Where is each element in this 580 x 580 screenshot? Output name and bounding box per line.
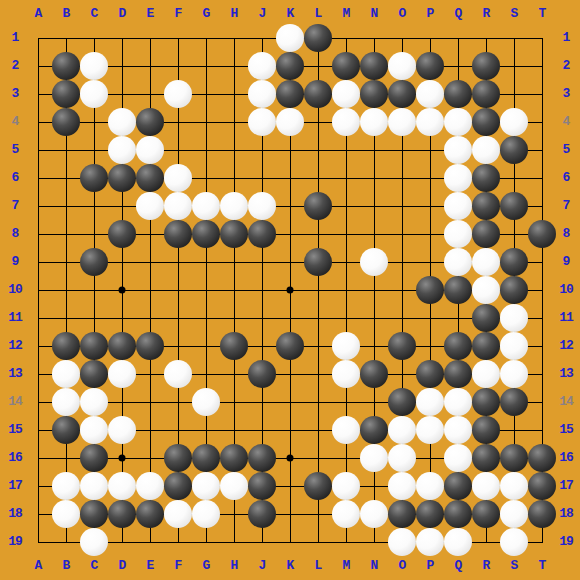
stone-white-F18[interactable] xyxy=(164,500,192,528)
stone-black-B12[interactable] xyxy=(52,332,80,360)
row-label-left-15: 15 xyxy=(2,423,28,437)
stone-white-S4[interactable] xyxy=(500,108,528,136)
stone-black-C12[interactable] xyxy=(80,332,108,360)
stone-white-C17[interactable] xyxy=(80,472,108,500)
star-point-D16 xyxy=(119,455,126,462)
stone-black-R14[interactable] xyxy=(472,388,500,416)
col-label-bottom-N: N xyxy=(361,559,387,573)
col-label-top-K: K xyxy=(277,7,303,21)
stone-black-L1[interactable] xyxy=(304,24,332,52)
row-label-left-11: 11 xyxy=(2,311,28,325)
col-label-top-C: C xyxy=(81,7,107,21)
row-label-right-2: 2 xyxy=(553,59,579,73)
stone-white-G18[interactable] xyxy=(192,500,220,528)
stone-black-R16[interactable] xyxy=(472,444,500,472)
stone-black-K12[interactable] xyxy=(276,332,304,360)
stone-black-R3[interactable] xyxy=(472,80,500,108)
stone-black-Q12[interactable] xyxy=(444,332,472,360)
stone-white-P15[interactable] xyxy=(416,416,444,444)
col-label-bottom-B: B xyxy=(53,559,79,573)
stone-white-R17[interactable] xyxy=(472,472,500,500)
go-board: AABBCCDDEEFFGGHHJJKKLLMMNNOOPPQQRRSSTT11… xyxy=(0,0,580,580)
row-label-left-13: 13 xyxy=(2,367,28,381)
col-label-top-L: L xyxy=(305,7,331,21)
stone-white-Q14[interactable] xyxy=(444,388,472,416)
stone-white-S13[interactable] xyxy=(500,360,528,388)
row-label-left-19: 19 xyxy=(2,535,28,549)
stone-white-S11[interactable] xyxy=(500,304,528,332)
stone-black-E4[interactable] xyxy=(136,108,164,136)
stone-black-D6[interactable] xyxy=(108,164,136,192)
row-label-left-9: 9 xyxy=(2,255,28,269)
stone-white-D4[interactable] xyxy=(108,108,136,136)
stone-white-N4[interactable] xyxy=(360,108,388,136)
stone-white-S18[interactable] xyxy=(500,500,528,528)
row-label-right-14: 14 xyxy=(553,395,579,409)
col-label-bottom-S: S xyxy=(501,559,527,573)
stone-black-F8[interactable] xyxy=(164,220,192,248)
star-point-D10 xyxy=(119,287,126,294)
col-label-bottom-M: M xyxy=(333,559,359,573)
stone-black-T8[interactable] xyxy=(528,220,556,248)
col-label-top-B: B xyxy=(53,7,79,21)
row-label-left-14: 14 xyxy=(2,395,28,409)
row-label-left-1: 1 xyxy=(2,31,28,45)
row-label-right-5: 5 xyxy=(553,143,579,157)
stone-black-L3[interactable] xyxy=(304,80,332,108)
stone-black-S14[interactable] xyxy=(500,388,528,416)
stone-white-R5[interactable] xyxy=(472,136,500,164)
stone-white-B17[interactable] xyxy=(52,472,80,500)
stone-black-R18[interactable] xyxy=(472,500,500,528)
stone-white-M3[interactable] xyxy=(332,80,360,108)
stone-black-E18[interactable] xyxy=(136,500,164,528)
col-label-bottom-J: J xyxy=(249,559,275,573)
stone-white-E5[interactable] xyxy=(136,136,164,164)
stone-black-C13[interactable] xyxy=(80,360,108,388)
stone-black-D12[interactable] xyxy=(108,332,136,360)
stone-white-F3[interactable] xyxy=(164,80,192,108)
row-label-left-10: 10 xyxy=(2,283,28,297)
stone-black-G8[interactable] xyxy=(192,220,220,248)
row-label-left-3: 3 xyxy=(2,87,28,101)
stone-white-Q7[interactable] xyxy=(444,192,472,220)
stone-black-Q3[interactable] xyxy=(444,80,472,108)
col-label-bottom-T: T xyxy=(529,559,555,573)
stone-black-E6[interactable] xyxy=(136,164,164,192)
stone-white-O17[interactable] xyxy=(388,472,416,500)
stone-white-M12[interactable] xyxy=(332,332,360,360)
stone-white-P4[interactable] xyxy=(416,108,444,136)
stone-black-N2[interactable] xyxy=(360,52,388,80)
col-label-top-J: J xyxy=(249,7,275,21)
stone-white-G14[interactable] xyxy=(192,388,220,416)
stone-black-O3[interactable] xyxy=(388,80,416,108)
row-label-right-8: 8 xyxy=(553,227,579,241)
stone-white-M17[interactable] xyxy=(332,472,360,500)
col-label-top-G: G xyxy=(193,7,219,21)
col-label-top-H: H xyxy=(221,7,247,21)
col-label-top-F: F xyxy=(165,7,191,21)
stone-black-B2[interactable] xyxy=(52,52,80,80)
stone-white-S17[interactable] xyxy=(500,472,528,500)
stone-black-N15[interactable] xyxy=(360,416,388,444)
col-label-bottom-C: C xyxy=(81,559,107,573)
stone-white-P3[interactable] xyxy=(416,80,444,108)
stone-white-J2[interactable] xyxy=(248,52,276,80)
stone-white-J7[interactable] xyxy=(248,192,276,220)
stone-black-P10[interactable] xyxy=(416,276,444,304)
row-label-right-7: 7 xyxy=(553,199,579,213)
stone-black-C9[interactable] xyxy=(80,248,108,276)
stone-black-N3[interactable] xyxy=(360,80,388,108)
stone-white-S12[interactable] xyxy=(500,332,528,360)
stone-white-K4[interactable] xyxy=(276,108,304,136)
col-label-bottom-O: O xyxy=(389,559,415,573)
stone-black-S16[interactable] xyxy=(500,444,528,472)
stone-black-R7[interactable] xyxy=(472,192,500,220)
col-label-bottom-H: H xyxy=(221,559,247,573)
star-point-K10 xyxy=(287,287,294,294)
col-label-top-S: S xyxy=(501,7,527,21)
col-label-top-D: D xyxy=(109,7,135,21)
stone-white-H17[interactable] xyxy=(220,472,248,500)
col-label-top-A: A xyxy=(25,7,51,21)
stone-white-F7[interactable] xyxy=(164,192,192,220)
stone-black-R8[interactable] xyxy=(472,220,500,248)
stone-white-P17[interactable] xyxy=(416,472,444,500)
col-label-top-O: O xyxy=(389,7,415,21)
stone-white-D15[interactable] xyxy=(108,416,136,444)
stone-white-M18[interactable] xyxy=(332,500,360,528)
stone-white-D17[interactable] xyxy=(108,472,136,500)
row-label-right-16: 16 xyxy=(553,451,579,465)
col-label-bottom-K: K xyxy=(277,559,303,573)
stone-white-B14[interactable] xyxy=(52,388,80,416)
col-label-top-T: T xyxy=(529,7,555,21)
stone-white-J3[interactable] xyxy=(248,80,276,108)
stone-white-G7[interactable] xyxy=(192,192,220,220)
stone-white-N16[interactable] xyxy=(360,444,388,472)
stone-white-Q15[interactable] xyxy=(444,416,472,444)
stone-black-J13[interactable] xyxy=(248,360,276,388)
stone-black-P13[interactable] xyxy=(416,360,444,388)
stone-black-H12[interactable] xyxy=(220,332,248,360)
stone-white-Q5[interactable] xyxy=(444,136,472,164)
stone-white-N9[interactable] xyxy=(360,248,388,276)
row-label-right-19: 19 xyxy=(553,535,579,549)
stone-white-Q9[interactable] xyxy=(444,248,472,276)
stone-white-P14[interactable] xyxy=(416,388,444,416)
stone-black-D18[interactable] xyxy=(108,500,136,528)
stone-black-E12[interactable] xyxy=(136,332,164,360)
row-label-left-5: 5 xyxy=(2,143,28,157)
stone-black-P18[interactable] xyxy=(416,500,444,528)
row-label-right-10: 10 xyxy=(553,283,579,297)
stone-black-Q10[interactable] xyxy=(444,276,472,304)
stone-white-P19[interactable] xyxy=(416,528,444,556)
row-label-right-1: 1 xyxy=(553,31,579,45)
row-label-left-6: 6 xyxy=(2,171,28,185)
stone-white-J4[interactable] xyxy=(248,108,276,136)
row-label-right-9: 9 xyxy=(553,255,579,269)
stone-white-Q6[interactable] xyxy=(444,164,472,192)
row-label-left-2: 2 xyxy=(2,59,28,73)
col-label-bottom-P: P xyxy=(417,559,443,573)
stone-black-J18[interactable] xyxy=(248,500,276,528)
col-label-top-M: M xyxy=(333,7,359,21)
row-label-right-18: 18 xyxy=(553,507,579,521)
stone-white-B13[interactable] xyxy=(52,360,80,388)
stone-black-R15[interactable] xyxy=(472,416,500,444)
stone-white-C2[interactable] xyxy=(80,52,108,80)
stone-black-B4[interactable] xyxy=(52,108,80,136)
stone-white-N18[interactable] xyxy=(360,500,388,528)
stone-white-R10[interactable] xyxy=(472,276,500,304)
row-label-right-11: 11 xyxy=(553,311,579,325)
stone-white-O2[interactable] xyxy=(388,52,416,80)
stone-black-N13[interactable] xyxy=(360,360,388,388)
stone-black-F17[interactable] xyxy=(164,472,192,500)
col-label-top-E: E xyxy=(137,7,163,21)
stone-white-O4[interactable] xyxy=(388,108,416,136)
stone-white-R9[interactable] xyxy=(472,248,500,276)
col-label-top-N: N xyxy=(361,7,387,21)
row-label-right-4: 4 xyxy=(553,115,579,129)
stone-white-D13[interactable] xyxy=(108,360,136,388)
stone-black-J8[interactable] xyxy=(248,220,276,248)
stone-black-S9[interactable] xyxy=(500,248,528,276)
stone-white-B18[interactable] xyxy=(52,500,80,528)
stone-white-M13[interactable] xyxy=(332,360,360,388)
stone-white-E17[interactable] xyxy=(136,472,164,500)
col-label-top-P: P xyxy=(417,7,443,21)
stone-white-M4[interactable] xyxy=(332,108,360,136)
row-label-right-6: 6 xyxy=(553,171,579,185)
stone-black-G16[interactable] xyxy=(192,444,220,472)
col-label-bottom-F: F xyxy=(165,559,191,573)
stone-black-Q13[interactable] xyxy=(444,360,472,388)
stone-white-F6[interactable] xyxy=(164,164,192,192)
stone-black-R6[interactable] xyxy=(472,164,500,192)
stone-black-R11[interactable] xyxy=(472,304,500,332)
stone-black-R12[interactable] xyxy=(472,332,500,360)
col-label-top-R: R xyxy=(473,7,499,21)
stone-black-O12[interactable] xyxy=(388,332,416,360)
stone-white-D5[interactable] xyxy=(108,136,136,164)
stone-black-Q18[interactable] xyxy=(444,500,472,528)
star-point-K16 xyxy=(287,455,294,462)
stone-black-B15[interactable] xyxy=(52,416,80,444)
stone-white-R13[interactable] xyxy=(472,360,500,388)
stone-black-C6[interactable] xyxy=(80,164,108,192)
col-label-bottom-R: R xyxy=(473,559,499,573)
col-label-bottom-E: E xyxy=(137,559,163,573)
stone-white-M15[interactable] xyxy=(332,416,360,444)
stone-white-F13[interactable] xyxy=(164,360,192,388)
col-label-top-Q: Q xyxy=(445,7,471,21)
stone-white-K1[interactable] xyxy=(276,24,304,52)
stone-black-R2[interactable] xyxy=(472,52,500,80)
stone-white-S19[interactable] xyxy=(500,528,528,556)
stone-white-Q19[interactable] xyxy=(444,528,472,556)
stone-black-M2[interactable] xyxy=(332,52,360,80)
stone-white-H7[interactable] xyxy=(220,192,248,220)
stone-white-Q16[interactable] xyxy=(444,444,472,472)
stone-white-E7[interactable] xyxy=(136,192,164,220)
stone-black-D8[interactable] xyxy=(108,220,136,248)
row-label-left-18: 18 xyxy=(2,507,28,521)
stone-black-T16[interactable] xyxy=(528,444,556,472)
stone-black-H8[interactable] xyxy=(220,220,248,248)
stone-black-K3[interactable] xyxy=(276,80,304,108)
row-label-right-17: 17 xyxy=(553,479,579,493)
row-label-left-17: 17 xyxy=(2,479,28,493)
stone-black-P2[interactable] xyxy=(416,52,444,80)
stone-white-O19[interactable] xyxy=(388,528,416,556)
stone-black-T17[interactable] xyxy=(528,472,556,500)
stone-white-C19[interactable] xyxy=(80,528,108,556)
stone-black-J17[interactable] xyxy=(248,472,276,500)
row-label-right-15: 15 xyxy=(553,423,579,437)
stone-black-L9[interactable] xyxy=(304,248,332,276)
stone-black-F16[interactable] xyxy=(164,444,192,472)
stone-black-S7[interactable] xyxy=(500,192,528,220)
row-label-left-8: 8 xyxy=(2,227,28,241)
row-label-left-12: 12 xyxy=(2,339,28,353)
col-label-bottom-Q: Q xyxy=(445,559,471,573)
row-label-left-4: 4 xyxy=(2,115,28,129)
col-label-bottom-A: A xyxy=(25,559,51,573)
stone-black-H16[interactable] xyxy=(220,444,248,472)
stone-white-G17[interactable] xyxy=(192,472,220,500)
stone-white-Q4[interactable] xyxy=(444,108,472,136)
stone-white-C3[interactable] xyxy=(80,80,108,108)
stone-black-O18[interactable] xyxy=(388,500,416,528)
stone-black-K2[interactable] xyxy=(276,52,304,80)
stone-white-Q8[interactable] xyxy=(444,220,472,248)
stone-black-L17[interactable] xyxy=(304,472,332,500)
stone-black-S5[interactable] xyxy=(500,136,528,164)
row-label-right-12: 12 xyxy=(553,339,579,353)
stone-black-B3[interactable] xyxy=(52,80,80,108)
stone-black-C18[interactable] xyxy=(80,500,108,528)
stone-white-O15[interactable] xyxy=(388,416,416,444)
stone-black-Q17[interactable] xyxy=(444,472,472,500)
row-label-right-3: 3 xyxy=(553,87,579,101)
row-label-left-16: 16 xyxy=(2,451,28,465)
stone-black-L7[interactable] xyxy=(304,192,332,220)
col-label-bottom-G: G xyxy=(193,559,219,573)
stone-black-J16[interactable] xyxy=(248,444,276,472)
stone-black-R4[interactable] xyxy=(472,108,500,136)
col-label-bottom-D: D xyxy=(109,559,135,573)
col-label-bottom-L: L xyxy=(305,559,331,573)
stone-black-O14[interactable] xyxy=(388,388,416,416)
stone-black-C16[interactable] xyxy=(80,444,108,472)
stone-white-O16[interactable] xyxy=(388,444,416,472)
stone-white-C14[interactable] xyxy=(80,388,108,416)
stone-white-C15[interactable] xyxy=(80,416,108,444)
stone-black-S10[interactable] xyxy=(500,276,528,304)
stone-black-T18[interactable] xyxy=(528,500,556,528)
row-label-right-13: 13 xyxy=(553,367,579,381)
row-label-left-7: 7 xyxy=(2,199,28,213)
